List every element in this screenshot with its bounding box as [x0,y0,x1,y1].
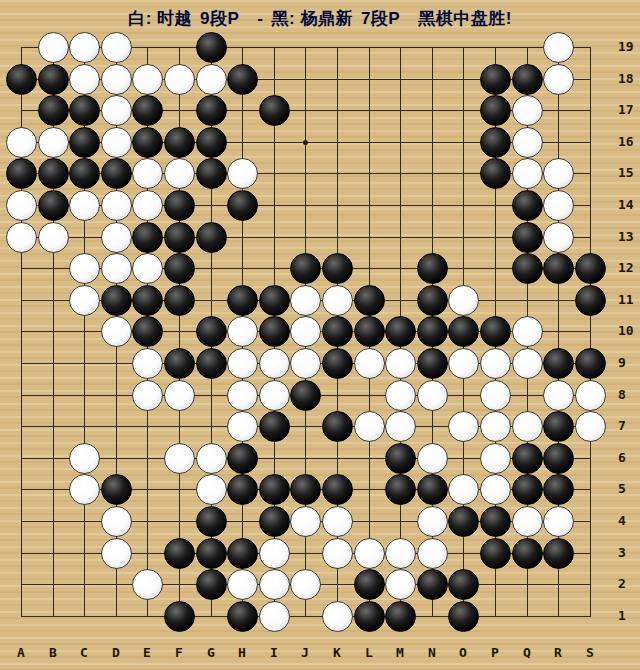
stone-white [132,190,163,221]
stone-black [385,474,416,505]
stone-white [38,127,69,158]
stone-black [69,127,100,158]
column-label: O [453,645,473,660]
column-label: Q [517,645,537,660]
stone-white [196,443,227,474]
stone-white [101,95,132,126]
stone-black [69,158,100,189]
stone-black [259,506,290,537]
stone-black [196,158,227,189]
stone-white [101,64,132,95]
stone-white [101,253,132,284]
stone-white [480,474,511,505]
column-label: S [580,645,600,660]
row-label: 10 [618,323,640,339]
stone-black [354,569,385,600]
stone-white [354,411,385,442]
column-label: I [264,645,284,660]
stone-white [259,569,290,600]
go-board: ABCDEFGHIJKLMNOPQRS191817161514131211109… [0,0,640,670]
row-label: 12 [618,260,640,276]
row-label: 3 [618,545,640,561]
stone-black [259,411,290,442]
stone-white [101,538,132,569]
stone-white [69,253,100,284]
stone-black [354,601,385,632]
stone-white [69,64,100,95]
stone-black [164,253,195,284]
stone-black [322,316,353,347]
stone-white [512,127,543,158]
stone-white [417,443,448,474]
stone-white [259,538,290,569]
stone-black [38,190,69,221]
stone-white [448,411,479,442]
stone-black [512,443,543,474]
stone-black [164,285,195,316]
stone-black [196,316,227,347]
column-label: R [548,645,568,660]
stone-black [196,127,227,158]
row-label: 14 [618,197,640,213]
row-label: 19 [618,39,640,55]
stone-black [69,95,100,126]
stone-black [132,316,163,347]
stone-black [512,190,543,221]
stone-black [38,95,69,126]
stone-black [512,538,543,569]
stone-white [259,348,290,379]
stone-black [417,285,448,316]
row-label: 15 [618,165,640,181]
column-label: J [295,645,315,660]
stone-white [354,538,385,569]
stone-white [417,538,448,569]
stone-white [164,443,195,474]
stone-white [69,443,100,474]
stone-white [417,506,448,537]
stone-black [575,348,606,379]
stone-white [6,127,37,158]
stone-black [227,443,258,474]
stone-white [227,316,258,347]
column-label: E [137,645,157,660]
stone-white [227,411,258,442]
stone-black [290,253,321,284]
stone-black [417,253,448,284]
stone-black [543,474,574,505]
stone-white [543,222,574,253]
stone-black [164,222,195,253]
stone-black [543,538,574,569]
stone-black [480,158,511,189]
stone-white [322,538,353,569]
column-label: F [169,645,189,660]
stone-black [196,506,227,537]
stone-white [132,64,163,95]
stone-white [480,380,511,411]
stone-white [417,380,448,411]
stone-white [322,506,353,537]
stone-white [290,285,321,316]
stone-white [543,506,574,537]
column-label: M [390,645,410,660]
stone-white [164,158,195,189]
stone-white [543,64,574,95]
stone-black [259,474,290,505]
stone-black [290,380,321,411]
stone-black [480,506,511,537]
row-label: 1 [618,608,640,624]
star-point [303,140,308,145]
stone-white [480,443,511,474]
stone-white [512,158,543,189]
stone-white [512,316,543,347]
column-label: G [201,645,221,660]
stone-black [480,316,511,347]
stone-white [512,348,543,379]
stone-white [132,380,163,411]
stone-white [322,285,353,316]
stone-white [69,474,100,505]
stone-black [417,316,448,347]
stone-white [101,506,132,537]
stone-white [290,506,321,537]
stone-black [196,538,227,569]
stone-black [354,285,385,316]
stone-black [543,443,574,474]
row-label: 8 [618,387,640,403]
row-label: 2 [618,576,640,592]
stone-white [69,285,100,316]
stone-black [322,411,353,442]
stone-white [480,348,511,379]
stone-white [101,316,132,347]
stone-white [290,316,321,347]
stone-white [132,158,163,189]
stone-black [512,64,543,95]
stone-white [543,380,574,411]
stone-black [259,316,290,347]
stone-white [69,190,100,221]
stone-white [512,411,543,442]
stone-black [385,316,416,347]
stone-white [132,569,163,600]
stone-black [448,601,479,632]
stone-black [322,474,353,505]
stone-white [290,348,321,379]
stone-black [417,474,448,505]
stone-black [227,64,258,95]
stone-white [385,348,416,379]
stone-white [227,380,258,411]
stone-black [448,316,479,347]
stone-black [164,538,195,569]
stone-black [164,601,195,632]
stone-white [227,348,258,379]
stone-white [101,222,132,253]
stone-black [322,253,353,284]
stone-white [6,190,37,221]
stone-white [543,32,574,63]
stone-white [101,190,132,221]
stone-black [164,190,195,221]
row-label: 11 [618,292,640,308]
stone-black [512,474,543,505]
stone-white [132,348,163,379]
stone-black [101,474,132,505]
row-label: 5 [618,481,640,497]
stone-black [385,443,416,474]
row-label: 6 [618,450,640,466]
stone-black [38,158,69,189]
stone-black [196,32,227,63]
stone-white [38,222,69,253]
stone-white [543,190,574,221]
stone-black [512,253,543,284]
stone-white [575,411,606,442]
stone-white [227,569,258,600]
stone-black [480,127,511,158]
stone-white [38,32,69,63]
stone-black [164,348,195,379]
stone-black [417,569,448,600]
stone-black [543,253,574,284]
stone-white [101,32,132,63]
stone-black [132,127,163,158]
row-label: 18 [618,71,640,87]
stone-white [512,506,543,537]
stone-white [227,158,258,189]
stone-black [543,348,574,379]
stone-black [6,64,37,95]
stone-black [290,474,321,505]
stone-black [543,411,574,442]
stone-black [259,285,290,316]
stone-black [417,348,448,379]
stone-black [101,158,132,189]
stone-black [101,285,132,316]
stone-black [512,222,543,253]
stone-black [196,348,227,379]
row-label: 13 [618,229,640,245]
stone-black [322,348,353,379]
row-label: 17 [618,102,640,118]
stone-black [480,64,511,95]
stone-black [575,285,606,316]
stone-black [448,569,479,600]
stone-black [227,190,258,221]
column-label: C [74,645,94,660]
stone-black [227,601,258,632]
stone-black [480,538,511,569]
column-label: P [485,645,505,660]
row-label: 9 [618,355,640,371]
column-label: N [422,645,442,660]
column-label: H [232,645,252,660]
column-label: K [327,645,347,660]
stone-white [385,569,416,600]
stone-white [385,538,416,569]
stone-black [38,64,69,95]
page: { "game": "go", "header": { "white_label… [0,0,640,670]
stone-black [196,569,227,600]
row-label: 7 [618,418,640,434]
stone-white [164,64,195,95]
stone-black [164,127,195,158]
stone-black [448,506,479,537]
grid-line-vertical [590,47,591,617]
stone-black [196,95,227,126]
column-label: B [43,645,63,660]
stone-black [227,285,258,316]
stone-white [512,95,543,126]
stone-white [259,601,290,632]
stone-white [101,127,132,158]
stone-white [196,64,227,95]
stone-white [575,380,606,411]
stone-black [132,285,163,316]
stone-white [6,222,37,253]
stone-white [385,380,416,411]
stone-white [354,348,385,379]
stone-black [132,222,163,253]
stone-black [196,222,227,253]
row-label: 16 [618,134,640,150]
stone-white [69,32,100,63]
stone-white [196,474,227,505]
column-label: D [106,645,126,660]
stone-white [480,411,511,442]
stone-black [227,474,258,505]
stone-black [385,601,416,632]
stone-white [322,601,353,632]
stone-white [290,569,321,600]
stone-black [575,253,606,284]
stone-black [6,158,37,189]
stone-white [448,285,479,316]
row-label: 4 [618,513,640,529]
stone-black [259,95,290,126]
column-label: A [11,645,31,660]
stone-white [448,348,479,379]
stone-white [164,380,195,411]
stone-white [543,158,574,189]
stone-white [259,380,290,411]
stone-black [227,538,258,569]
stone-black [480,95,511,126]
stone-white [132,253,163,284]
stone-white [385,411,416,442]
grid-line-horizontal [21,616,591,617]
stone-black [354,316,385,347]
stone-black [132,95,163,126]
stone-white [448,474,479,505]
column-label: L [359,645,379,660]
